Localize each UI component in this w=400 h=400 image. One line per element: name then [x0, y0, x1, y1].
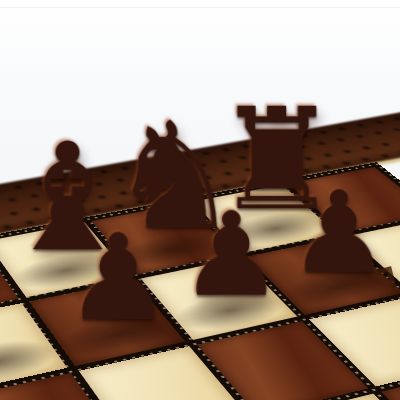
pawn-glyph: ♟	[65, 218, 172, 337]
board-grid: ♚♝♞♜♟♟♟♟	[0, 162, 400, 400]
chess-set-product-photo: ♚♝♞♜♟♟♟♟	[0, 0, 400, 400]
photo-top-margin	[0, 0, 400, 8]
chess-board: ♚♝♞♜♟♟♟♟	[0, 132, 400, 400]
pawn-glyph: ♟	[0, 241, 54, 363]
pawn-glyph: ♟	[179, 196, 283, 312]
